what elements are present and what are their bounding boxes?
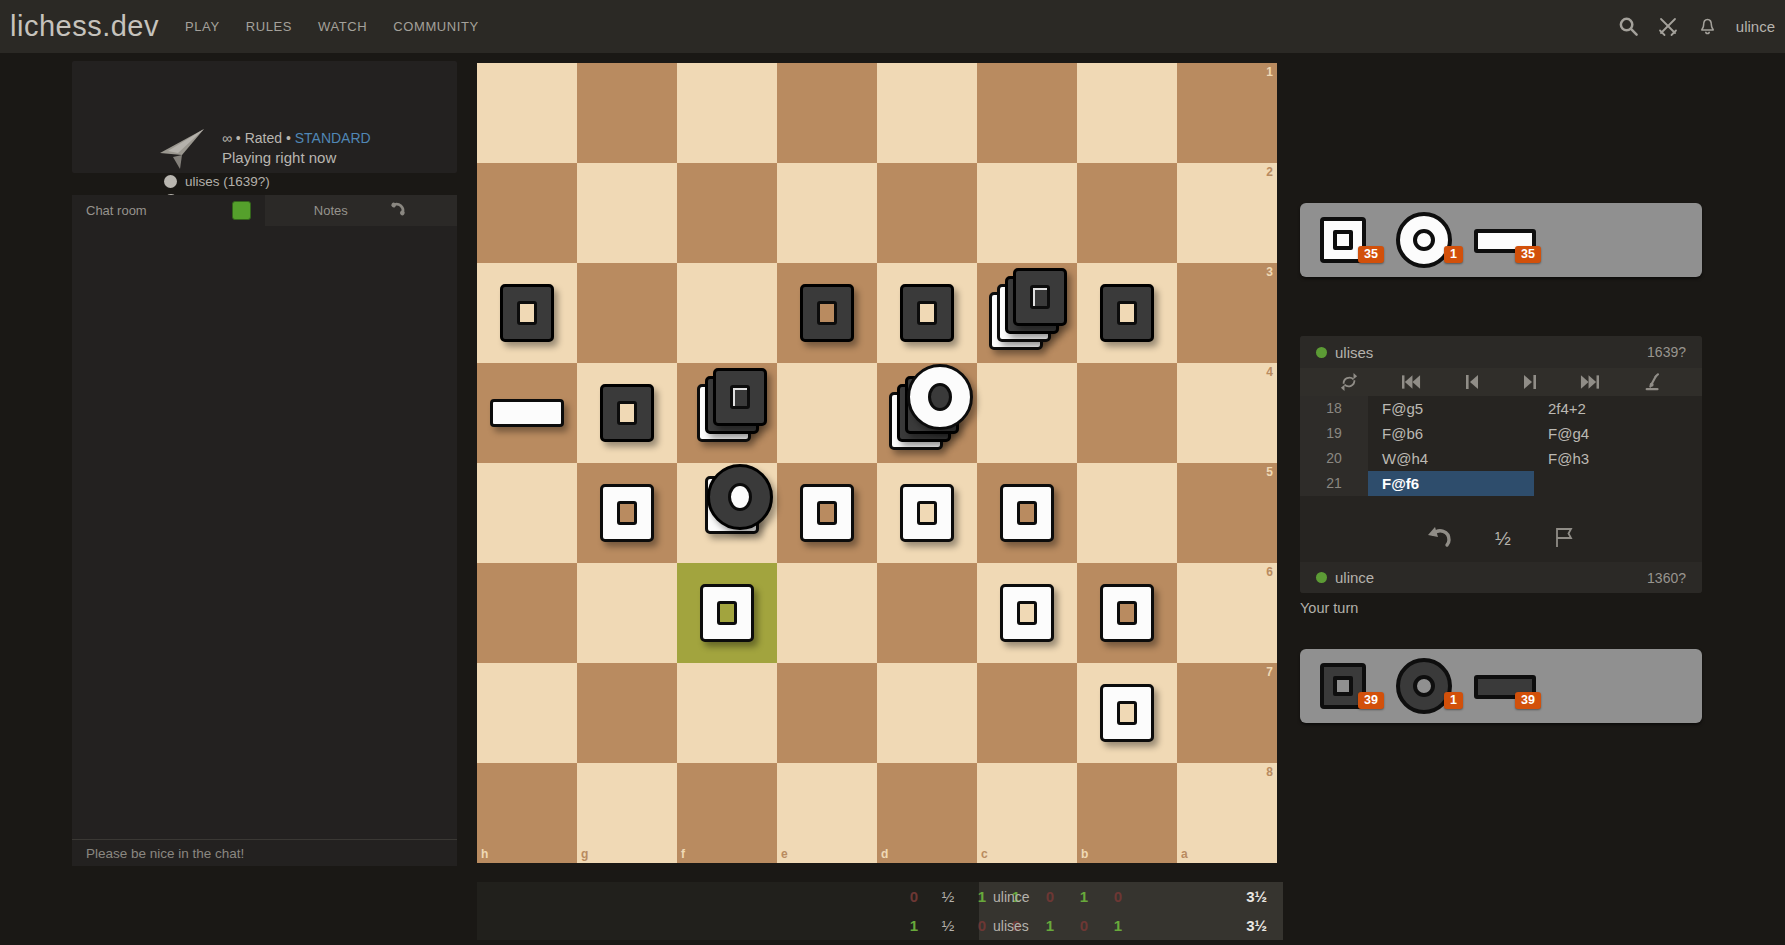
notes-label: Notes (314, 203, 348, 218)
square-g7[interactable] (577, 663, 677, 763)
nav-watch[interactable]: WATCH (318, 19, 367, 34)
tab-notes[interactable]: Notes (265, 195, 458, 226)
square-h2[interactable] (477, 163, 577, 263)
opponent-row: ulises 1639? (1300, 336, 1702, 368)
square-f7[interactable] (677, 663, 777, 763)
black-flat-g4[interactable] (600, 384, 654, 442)
move-21-white-selected[interactable]: F@f6 (1368, 471, 1534, 496)
square-a5[interactable]: 5 (1177, 463, 1277, 563)
move-row-19: 19 F@b6 F@g4 (1300, 421, 1702, 446)
last-move-icon[interactable] (1580, 374, 1599, 390)
chat-messages (72, 226, 457, 839)
takeback-icon[interactable] (1427, 526, 1453, 552)
username-menu[interactable]: ulince (1736, 18, 1775, 35)
rank-label: 2 (1266, 165, 1273, 179)
square-f3[interactable] (677, 263, 777, 363)
file-label: c (981, 847, 988, 861)
move-18-white[interactable]: F@g5 (1368, 396, 1534, 421)
phone-icon[interactable] (388, 199, 408, 222)
white-flat-b6[interactable] (1100, 584, 1154, 642)
crosstable-name: ulince (993, 889, 1030, 905)
file-label: b (1081, 847, 1088, 861)
crosstable-total: 3½ (1246, 917, 1267, 934)
square-h6[interactable] (477, 563, 577, 663)
square-f8[interactable]: f (677, 763, 777, 863)
white-flat-c6[interactable] (1000, 584, 1054, 642)
prev-move-icon[interactable] (1466, 374, 1479, 390)
square-a4[interactable]: 4 (1177, 363, 1277, 463)
game-status: Playing right now (222, 149, 336, 166)
square-b5[interactable] (1077, 463, 1177, 563)
white-capstone-count: 1 (1444, 246, 1463, 263)
white-capstone-d4[interactable] (907, 364, 973, 430)
pocket-black: 39 1 39 (1300, 649, 1702, 723)
move-18-black[interactable]: 2f4+2 (1534, 396, 1700, 421)
square-c8[interactable]: c (977, 763, 1077, 863)
white-flat-f6[interactable] (700, 584, 754, 642)
move-20-white[interactable]: W@h4 (1368, 446, 1534, 471)
white-flat-count: 35 (1358, 246, 1384, 263)
move-19-black[interactable]: F@g4 (1534, 421, 1700, 446)
filled-disc-icon (164, 175, 177, 188)
chat-tabs: Chat room Notes (72, 195, 457, 226)
file-label: f (681, 847, 685, 861)
file-label: d (881, 847, 888, 861)
variant-link[interactable]: STANDARD (295, 130, 371, 146)
square-g2[interactable] (577, 163, 677, 263)
move-20-black[interactable]: F@h3 (1534, 446, 1700, 471)
move-row-18: 18 F@g5 2f4+2 (1300, 396, 1702, 421)
square-h1[interactable] (477, 63, 577, 163)
player-row-white[interactable]: ulises (1639?) (164, 174, 270, 189)
square-h7[interactable] (477, 663, 577, 763)
white-wall-h4[interactable] (490, 399, 564, 427)
square-d1[interactable] (877, 63, 977, 163)
file-label: a (1181, 847, 1188, 861)
square-e4[interactable] (777, 363, 877, 463)
online-dot (1316, 572, 1327, 583)
square-f1[interactable] (677, 63, 777, 163)
rank-label: 5 (1266, 465, 1273, 479)
black-wall-count: 39 (1515, 692, 1541, 709)
square-b8[interactable]: b (1077, 763, 1177, 863)
square-e8[interactable]: e (777, 763, 877, 863)
board: 1234567hgfedcba8 (477, 63, 1277, 863)
crosstable: 0½11010 ulince 3½ 1½00101 ulises 3½ (477, 882, 1283, 940)
square-d8[interactable]: d (877, 763, 977, 863)
square-g3[interactable] (577, 263, 677, 363)
white-flat-c5[interactable] (1000, 484, 1054, 542)
rank-label: 6 (1266, 565, 1273, 579)
paper-plane-icon (158, 127, 206, 175)
black-capstone-count: 1 (1444, 692, 1463, 709)
opponent-rating: 1639? (1647, 344, 1686, 360)
white-flat-e5[interactable] (800, 484, 854, 542)
move-number: 18 (1300, 396, 1368, 421)
player-white-label: ulises (1639?) (185, 174, 270, 189)
black-flat-h3[interactable] (500, 284, 554, 342)
nav-rules[interactable]: RULES (246, 19, 292, 34)
move-box: ulises 1639? 18 (1300, 336, 1702, 593)
chat-toggle[interactable] (232, 201, 251, 220)
tab-chat-room[interactable]: Chat room (72, 195, 265, 226)
move-list: 18 F@g5 2f4+2 19 F@b6 F@g4 20 W@h4 F@h3 … (1300, 396, 1702, 496)
square-a2[interactable]: 2 (1177, 163, 1277, 263)
black-flat-b3[interactable] (1100, 284, 1154, 342)
move-number: 21 (1300, 471, 1368, 496)
site-header: lichess.dev PLAY RULES WATCH COMMUNITY u… (0, 0, 1785, 53)
rank-label: 3 (1266, 265, 1273, 279)
square-e1[interactable] (777, 63, 877, 163)
square-b4[interactable] (1077, 363, 1177, 463)
file-label: h (481, 847, 488, 861)
search-icon[interactable] (1618, 16, 1639, 37)
square-h5[interactable] (477, 463, 577, 563)
black-capstone-f5[interactable] (707, 464, 773, 530)
app: lichess.dev PLAY RULES WATCH COMMUNITY u… (0, 0, 1785, 945)
square-e7[interactable] (777, 663, 877, 763)
player-row: ulince 1360? (1300, 562, 1702, 593)
opponent-name[interactable]: ulises (1335, 344, 1373, 361)
white-wall-count: 35 (1515, 246, 1541, 263)
nav-play[interactable]: PLAY (185, 19, 220, 34)
move-row-21: 21 F@f6 (1300, 471, 1702, 496)
square-b2[interactable] (1077, 163, 1177, 263)
square-e2[interactable] (777, 163, 877, 263)
square-c1[interactable] (977, 63, 1077, 163)
crosstable-row-ulises[interactable]: 1½00101 ulises 3½ (477, 911, 1283, 940)
square-g6[interactable] (577, 563, 677, 663)
square-a3[interactable]: 3 (1177, 263, 1277, 363)
black-flat-count: 39 (1358, 692, 1384, 709)
rank-label: 7 (1266, 665, 1273, 679)
square-f2[interactable] (677, 163, 777, 263)
square-c7[interactable] (977, 663, 1077, 763)
square-a1[interactable]: 1 (1177, 63, 1277, 163)
white-flat-b7[interactable] (1100, 684, 1154, 742)
square-a7[interactable]: 7 (1177, 663, 1277, 763)
chat-room-label: Chat room (86, 203, 147, 218)
player-rating: 1360? (1647, 570, 1686, 586)
move-19-white[interactable]: F@b6 (1368, 421, 1534, 446)
square-e6[interactable] (777, 563, 877, 663)
black-flat-e3[interactable] (800, 284, 854, 342)
square-d6[interactable] (877, 563, 977, 663)
black-flat-d3[interactable] (900, 284, 954, 342)
move-number: 20 (1300, 446, 1368, 471)
crosstable-row-ulince[interactable]: 0½11010 ulince 3½ (477, 882, 1283, 911)
square-c4[interactable] (977, 363, 1077, 463)
game-info-box: ∞ • Rated • STANDARD Playing right now u… (72, 61, 457, 173)
move-number: 19 (1300, 421, 1368, 446)
analysis-microscope-icon[interactable] (1644, 373, 1662, 391)
white-flat-d5[interactable] (900, 484, 954, 542)
pocket-white: 35 1 35 (1300, 203, 1702, 277)
nav-community[interactable]: COMMUNITY (393, 19, 479, 34)
bell-icon[interactable] (1697, 16, 1718, 37)
rank-label: 8 (1266, 765, 1273, 779)
file-label: g (581, 847, 588, 861)
black-flat-c3[interactable] (1013, 268, 1067, 326)
file-label: e (781, 847, 788, 861)
square-g1[interactable] (577, 63, 677, 163)
crosstable-total: 3½ (1246, 888, 1267, 905)
next-move-icon[interactable] (1523, 374, 1536, 390)
flip-board-icon[interactable] (1340, 373, 1358, 391)
crosstable-name: ulises (993, 918, 1029, 934)
online-dot (1316, 347, 1327, 358)
turn-indicator: Your turn (1300, 600, 1358, 616)
move-toolbar (1300, 368, 1702, 396)
crossed-swords-icon[interactable] (1657, 16, 1679, 38)
square-a8[interactable]: a8 (1177, 763, 1277, 863)
square-d2[interactable] (877, 163, 977, 263)
move-row-20: 20 W@h4 F@h3 (1300, 446, 1702, 471)
site-logo[interactable]: lichess.dev (10, 0, 159, 53)
offer-draw-button[interactable]: ½ (1495, 528, 1511, 550)
square-a6[interactable]: 6 (1177, 563, 1277, 663)
first-move-icon[interactable] (1402, 374, 1421, 390)
rank-label: 4 (1266, 365, 1273, 379)
game-actions: ½ (1300, 515, 1702, 562)
black-flat-f4[interactable] (713, 368, 767, 426)
square-d7[interactable] (877, 663, 977, 763)
square-b1[interactable] (1077, 63, 1177, 163)
main-nav: PLAY RULES WATCH COMMUNITY (185, 0, 479, 53)
resign-flag-icon[interactable] (1553, 526, 1575, 552)
white-flat-g5[interactable] (600, 484, 654, 542)
chat-input[interactable]: Please be nice in the chat! (72, 839, 457, 866)
square-c2[interactable] (977, 163, 1077, 263)
player-name[interactable]: ulince (1335, 569, 1374, 586)
square-h8[interactable]: h (477, 763, 577, 863)
square-g8[interactable]: g (577, 763, 677, 863)
rank-label: 1 (1266, 65, 1273, 79)
game-meta: ∞ • Rated • STANDARD (222, 130, 371, 146)
